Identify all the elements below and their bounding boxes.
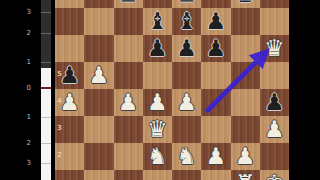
eval-scale-label: 1 xyxy=(19,113,31,121)
eval-scale-label: 3 xyxy=(19,8,31,16)
eval-tick xyxy=(41,62,51,63)
eval-scale-label: 3 xyxy=(19,159,31,167)
eval-tick xyxy=(41,163,51,164)
move-arrow xyxy=(55,0,289,180)
eval-bar-black-fill xyxy=(41,0,51,68)
chess-board: ♜♜♚♝♝♟♟♟♟♛♟♟♟♟♟♟♟♛♟♞♞♟♟♜♚ 5432 xyxy=(55,0,289,180)
eval-scale-label: 0 xyxy=(19,84,31,92)
eval-bar xyxy=(41,0,51,180)
eval-scale-label: 2 xyxy=(19,29,31,37)
eval-scale-sidebar: 3210123 xyxy=(0,0,41,180)
eval-scale-label: 2 xyxy=(19,139,31,147)
eval-tick xyxy=(41,143,51,144)
eval-zero-line xyxy=(41,87,51,89)
eval-tick xyxy=(41,12,51,13)
video-frame: 3210123 ♜♜♚♝♝♟♟♟♟♛♟♟♟♟♟♟♟♛♟♞♞♟♟♜♚ 5432 xyxy=(0,0,320,180)
eval-tick xyxy=(41,33,51,34)
eval-scale-label: 1 xyxy=(19,58,31,66)
eval-tick xyxy=(41,117,51,118)
